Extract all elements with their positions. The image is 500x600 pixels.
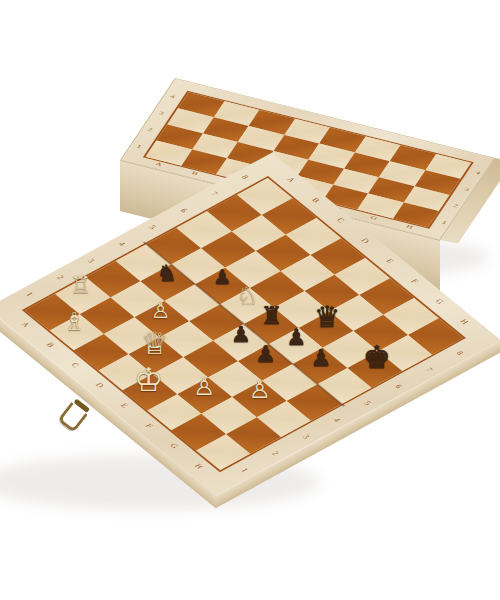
lid-rank-label-left-2: 2 [145,127,156,133]
lid-rank-label-left-1: 1 [133,143,144,149]
chess-set-photo: ABCDEFGH11223344 AABBCCDDEEFFGGHH1122334… [0,0,500,600]
rank-label-left-8: 8 [238,172,252,182]
file-label-top-c: C [333,216,347,226]
file-label-f: F [142,421,156,431]
file-label-top-b: B [308,196,322,206]
rank-label-right-7: 7 [422,365,436,375]
lid-rank-label-right-1: 1 [439,220,450,226]
file-label-e: E [117,401,131,411]
rank-label-left-5: 5 [145,223,159,233]
rank-label-left-4: 4 [114,239,128,249]
lid-rank-label-left-3: 3 [156,110,167,116]
lid-rank-label-left-4: 4 [167,94,178,100]
rank-label-left-6: 6 [176,206,190,216]
rank-label-left-3: 3 [84,256,98,266]
file-label-top-f: F [407,277,421,287]
rank-label-right-6: 6 [391,382,405,392]
file-label-a: A [18,320,32,330]
rank-label-right-2: 2 [268,449,282,459]
rank-label-right-1: 1 [237,466,251,476]
lid-file-label-g: G [367,215,380,222]
brass-hook-icon [57,402,88,433]
file-label-h: H [191,462,205,472]
lid-file-label-a: A [152,161,165,168]
file-label-c: C [68,360,82,370]
file-label-top-g: G [432,297,446,307]
lid-rank-label-right-2: 2 [450,203,461,209]
rank-label-right-3: 3 [299,432,313,442]
rank-label-right-4: 4 [329,415,343,425]
file-label-top-e: E [383,256,397,266]
file-label-g: G [167,442,181,452]
file-label-b: B [43,340,57,350]
lid-rank-label-right-3: 3 [461,187,472,193]
rank-label-left-1: 1 [22,290,36,300]
rank-label-right-8: 8 [452,348,466,358]
lid-rank-label-right-4: 4 [472,170,483,176]
file-label-d: D [92,381,106,391]
lid-file-label-h: H [403,224,416,231]
lid-file-label-b: B [188,170,201,177]
rank-label-left-7: 7 [207,189,221,199]
rank-label-left-2: 2 [53,273,67,283]
file-label-top-h: H [457,317,471,327]
rank-label-right-5: 5 [360,399,374,409]
file-label-top-d: D [358,236,372,246]
file-label-top-a: A [284,175,298,185]
